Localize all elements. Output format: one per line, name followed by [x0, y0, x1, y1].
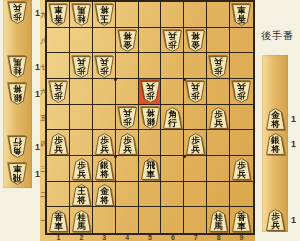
svg-text:歩: 歩	[122, 117, 132, 127]
hand-count: 1	[35, 169, 40, 179]
board-cell[interactable]	[230, 105, 253, 131]
piece-gote-pawn[interactable]: 歩兵	[232, 158, 251, 180]
piece-gote-gold[interactable]: 金将	[95, 184, 114, 206]
piece-gote-silver[interactable]: 銀将	[266, 133, 285, 155]
svg-text:車: 車	[54, 221, 63, 231]
piece-gote-knight[interactable]: 桂馬	[72, 210, 91, 232]
svg-text:桂: 桂	[13, 65, 23, 75]
piece-gote-pawn[interactable]: 歩兵	[49, 133, 68, 155]
piece-sente-lance[interactable]: 香車	[232, 4, 251, 26]
star-point-dot	[114, 155, 117, 158]
svg-text:兵: 兵	[270, 220, 280, 230]
svg-text:兵: 兵	[190, 144, 200, 154]
board-cell[interactable]	[139, 53, 162, 79]
piece-gote-pawn[interactable]: 歩兵	[72, 158, 91, 180]
board-cell[interactable]	[139, 130, 162, 156]
svg-text:歩: 歩	[13, 12, 23, 22]
turn-indicator-label: 後手番	[261, 29, 299, 43]
rank-label: 六	[39, 88, 48, 95]
board-cell[interactable]	[70, 130, 93, 156]
svg-text:香: 香	[237, 14, 247, 24]
svg-text:兵: 兵	[76, 170, 86, 180]
svg-text:将: 将	[99, 170, 109, 180]
board-cell[interactable]	[47, 53, 70, 79]
svg-text:玉: 玉	[100, 14, 109, 24]
svg-text:銀: 銀	[13, 92, 23, 102]
svg-text:兵: 兵	[77, 56, 87, 66]
board-cell[interactable]	[70, 79, 93, 105]
svg-text:将: 将	[122, 31, 132, 41]
board-cell[interactable]	[116, 53, 139, 79]
file-label: 4	[123, 234, 132, 241]
svg-text:兵: 兵	[237, 82, 247, 92]
board-cell[interactable]	[70, 105, 93, 131]
hand-count: 1	[291, 114, 296, 124]
piece-gote-rook[interactable]: 飛車	[141, 158, 160, 180]
piece-sente-pawn[interactable]: 歩兵	[72, 56, 91, 78]
board-cell[interactable]	[139, 207, 162, 233]
file-label: 3	[100, 234, 109, 241]
rank-label: 三	[39, 165, 48, 172]
svg-text:兵: 兵	[213, 118, 223, 128]
piece-sente-silver[interactable]: 銀将	[141, 107, 160, 129]
rank-label: 四	[39, 140, 48, 147]
piece-sente-king[interactable]: 玉将	[95, 4, 114, 26]
file-label: 8	[214, 234, 223, 241]
svg-text:将: 将	[13, 83, 23, 93]
board-cell[interactable]	[116, 182, 139, 208]
piece-sente-pawn[interactable]: 歩兵	[141, 81, 160, 103]
board-cell[interactable]	[230, 130, 253, 156]
board-cell[interactable]	[47, 182, 70, 208]
piece-sente-pawn[interactable]: 歩兵	[163, 30, 182, 52]
svg-text:歩: 歩	[168, 40, 178, 50]
file-label: 5	[146, 234, 155, 241]
board-cell[interactable]	[139, 28, 162, 54]
piece-gote-pawn[interactable]: 歩兵	[266, 209, 285, 231]
svg-text:将: 将	[191, 31, 201, 41]
svg-text:行: 行	[168, 118, 178, 128]
board-cell[interactable]	[207, 28, 230, 54]
board-cell[interactable]	[161, 79, 184, 105]
board-cell[interactable]	[184, 105, 207, 131]
file-label: 2	[77, 234, 86, 241]
piece-sente-pawn[interactable]: 歩兵	[95, 56, 114, 78]
board-cell[interactable]	[116, 79, 139, 105]
file-label: 1	[54, 234, 63, 241]
board-cell[interactable]	[47, 156, 70, 182]
svg-text:兵: 兵	[100, 56, 110, 66]
svg-text:行: 行	[13, 137, 23, 147]
svg-text:香: 香	[54, 14, 64, 24]
board-cell[interactable]	[47, 105, 70, 131]
svg-text:馬: 馬	[213, 221, 223, 231]
board-cell[interactable]	[184, 182, 207, 208]
piece-gote-pawn[interactable]: 歩兵	[95, 133, 114, 155]
hand-count: 1	[35, 62, 40, 72]
svg-text:将: 将	[100, 5, 110, 15]
rank-label: 五	[39, 114, 48, 121]
svg-text:兵: 兵	[53, 144, 63, 154]
piece-sente-lance[interactable]: 香車	[49, 4, 68, 26]
board-cell[interactable]	[161, 53, 184, 79]
svg-text:将: 将	[145, 108, 155, 118]
piece-sente-pawn[interactable]: 歩兵	[186, 81, 205, 103]
svg-text:飛: 飛	[13, 173, 23, 183]
svg-text:車: 車	[146, 170, 155, 180]
svg-text:兵: 兵	[191, 82, 201, 92]
rank-label: 七	[39, 63, 48, 70]
piece-gote-silver[interactable]: 銀将	[95, 158, 114, 180]
board-cell[interactable]	[184, 207, 207, 233]
svg-text:金: 金	[191, 40, 201, 50]
svg-text:車: 車	[237, 5, 246, 15]
piece-gote-bishop[interactable]: 角行	[163, 107, 182, 129]
piece-gote-knight[interactable]: 桂馬	[209, 210, 228, 232]
board-cell[interactable]	[70, 28, 93, 54]
board-cell[interactable]	[230, 28, 253, 54]
svg-text:歩: 歩	[214, 65, 224, 75]
board-cell[interactable]	[184, 2, 207, 28]
svg-text:兵: 兵	[145, 82, 155, 92]
svg-text:馬: 馬	[76, 221, 86, 231]
piece-gote-lance[interactable]: 香車	[232, 210, 251, 232]
hand-count: 1	[35, 8, 40, 18]
svg-text:兵: 兵	[122, 144, 132, 154]
board-cell[interactable]	[139, 182, 162, 208]
rank-label: 二	[39, 191, 48, 198]
svg-text:将: 将	[99, 195, 109, 205]
svg-text:歩: 歩	[100, 65, 110, 75]
board-cell[interactable]	[161, 182, 184, 208]
board-cell[interactable]	[161, 2, 184, 28]
rank-label: 九	[39, 11, 48, 18]
board-cell[interactable]	[93, 105, 116, 131]
hand-count: 1	[35, 89, 40, 99]
svg-text:兵: 兵	[54, 82, 64, 92]
rank-label: 一	[39, 217, 48, 224]
piece-gote-pawn[interactable]: 歩兵	[186, 133, 205, 155]
board-cell[interactable]	[93, 28, 116, 54]
piece-sente-knight[interactable]: 桂馬	[72, 4, 91, 26]
rank-label: 八	[39, 37, 48, 44]
board-cell[interactable]	[47, 28, 70, 54]
hand-count: 1	[35, 142, 40, 152]
board-cell[interactable]	[184, 156, 207, 182]
board-cell[interactable]	[139, 2, 162, 28]
file-label: 9	[237, 234, 246, 241]
file-label: 6	[168, 234, 177, 241]
board-cell[interactable]	[230, 53, 253, 79]
piece-sente-bishop[interactable]: 角行	[8, 136, 27, 158]
svg-text:兵: 兵	[214, 56, 224, 66]
board-cell[interactable]	[116, 156, 139, 182]
board-cell[interactable]	[207, 79, 230, 105]
piece-sente-pawn[interactable]: 歩兵	[209, 56, 228, 78]
star-point-dot	[183, 155, 186, 158]
svg-text:馬: 馬	[77, 5, 87, 15]
svg-text:歩: 歩	[54, 91, 64, 101]
board-cell[interactable]	[116, 207, 139, 233]
piece-sente-pawn[interactable]: 歩兵	[49, 81, 68, 103]
svg-text:金: 金	[122, 40, 132, 50]
svg-text:歩: 歩	[145, 91, 155, 101]
svg-text:車: 車	[13, 164, 22, 174]
board-cell[interactable]	[207, 182, 230, 208]
svg-text:兵: 兵	[122, 108, 132, 118]
svg-text:銀: 銀	[145, 117, 155, 127]
svg-text:車: 車	[54, 5, 63, 15]
svg-text:歩: 歩	[77, 65, 87, 75]
svg-text:桂: 桂	[77, 14, 87, 24]
svg-text:兵: 兵	[168, 31, 178, 41]
shogi-app: 九八七六五四三二一123456789 後手番 香車桂馬玉将香車金将歩兵金将歩兵歩…	[0, 0, 300, 241]
board-cell[interactable]	[116, 2, 139, 28]
piece-sente-knight[interactable]: 桂馬	[8, 56, 27, 78]
piece-sente-gold[interactable]: 金将	[118, 30, 137, 52]
board-cell[interactable]	[207, 2, 230, 28]
board-cell[interactable]	[207, 156, 230, 182]
svg-text:歩: 歩	[237, 91, 247, 101]
piece-sente-silver[interactable]: 銀将	[8, 83, 27, 105]
board-cell[interactable]	[184, 53, 207, 79]
svg-text:車: 車	[237, 221, 246, 231]
svg-text:角: 角	[13, 146, 23, 156]
hand-count: 1	[291, 139, 296, 149]
board-cell[interactable]	[161, 156, 184, 182]
board-cell[interactable]	[93, 79, 116, 105]
svg-text:歩: 歩	[191, 91, 201, 101]
piece-gote-gold[interactable]: 金将	[266, 108, 285, 130]
svg-text:馬: 馬	[13, 56, 23, 66]
piece-gote-king[interactable]: 王将	[72, 184, 91, 206]
file-label: 7	[191, 234, 200, 241]
board-cell[interactable]	[161, 130, 184, 156]
piece-sente-gold[interactable]: 金将	[186, 30, 205, 52]
piece-sente-pawn[interactable]: 歩兵	[118, 107, 137, 129]
svg-text:将: 将	[270, 119, 280, 129]
piece-gote-pawn[interactable]: 歩兵	[118, 133, 137, 155]
hand-count: 1	[291, 215, 296, 225]
svg-text:将: 将	[270, 144, 280, 154]
piece-sente-pawn[interactable]: 歩兵	[232, 81, 251, 103]
board-cell[interactable]	[161, 207, 184, 233]
board-cell[interactable]	[230, 182, 253, 208]
svg-text:兵: 兵	[99, 144, 109, 154]
svg-text:兵: 兵	[236, 170, 246, 180]
piece-gote-lance[interactable]: 香車	[49, 210, 68, 232]
board-cell[interactable]	[207, 130, 230, 156]
star-point-dot	[114, 78, 117, 81]
svg-text:兵: 兵	[13, 3, 23, 13]
svg-text:将: 将	[76, 195, 86, 205]
board-cell[interactable]	[93, 207, 116, 233]
piece-gote-pawn[interactable]: 歩兵	[209, 107, 228, 129]
piece-sente-pawn[interactable]: 歩兵	[8, 2, 27, 24]
piece-sente-rook[interactable]: 飛車	[8, 163, 27, 185]
